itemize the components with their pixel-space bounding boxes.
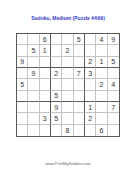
cell-r9c1 [17, 125, 28, 136]
cell-r7c6 [74, 102, 85, 113]
cell-r6c1 [17, 91, 28, 102]
cell-r1c5 [62, 34, 73, 45]
cell-r5c6 [74, 79, 85, 90]
cell-r5c5 [62, 79, 73, 90]
cell-r1c9: 9 [108, 34, 119, 45]
cell-r3c7: 2 [85, 57, 96, 68]
cell-r7c8 [96, 102, 107, 113]
cell-r9c9 [108, 125, 119, 136]
cell-r2c3: 1 [40, 45, 51, 56]
cell-r5c4 [51, 79, 62, 90]
cell-r6c7 [85, 91, 96, 102]
cell-r7c7: 1 [85, 102, 96, 113]
cell-r2c8 [96, 45, 107, 56]
cell-r4c9 [108, 68, 119, 79]
cell-r3c1: 9 [17, 57, 28, 68]
cell-r8c6 [74, 113, 85, 124]
cell-r4c4: 2 [51, 68, 62, 79]
cell-r9c3 [40, 125, 51, 136]
cell-r1c1 [17, 34, 28, 45]
sudoku-board: 654951292159273524591735286 [16, 33, 120, 137]
cell-r8c9 [108, 113, 119, 124]
cell-r7c4: 9 [51, 102, 62, 113]
cell-r8c4: 5 [51, 113, 62, 124]
cell-r1c3: 6 [40, 34, 51, 45]
cell-r1c7 [85, 34, 96, 45]
cell-r6c4: 5 [51, 91, 62, 102]
cell-r3c6 [74, 57, 85, 68]
cell-r7c3 [40, 102, 51, 113]
cell-r2c5: 2 [62, 45, 73, 56]
cell-r9c7 [85, 125, 96, 136]
cell-r7c1 [17, 102, 28, 113]
cell-r3c9: 5 [108, 57, 119, 68]
cell-r3c2 [28, 57, 39, 68]
cell-r6c8 [96, 91, 107, 102]
cell-r2c4 [51, 45, 62, 56]
cell-r3c4 [51, 57, 62, 68]
cell-r4c8 [96, 68, 107, 79]
cell-r6c6 [74, 91, 85, 102]
cell-r2c6 [74, 45, 85, 56]
cell-r9c2 [28, 125, 39, 136]
cell-r4c7: 3 [85, 68, 96, 79]
cell-r7c5 [62, 102, 73, 113]
cell-r9c8: 6 [96, 125, 107, 136]
cell-r2c7 [85, 45, 96, 56]
cell-r3c5 [62, 57, 73, 68]
cell-r3c3 [40, 57, 51, 68]
cell-r8c7: 2 [85, 113, 96, 124]
cell-r9c6 [74, 125, 85, 136]
cell-r8c2 [28, 113, 39, 124]
cell-r4c5 [62, 68, 73, 79]
cell-r4c6: 7 [74, 68, 85, 79]
cell-r2c1 [17, 45, 28, 56]
page-title: Sudoku, Medium (Puzzle #A69) [0, 14, 136, 22]
cell-r9c5: 8 [62, 125, 73, 136]
cell-r4c2: 9 [28, 68, 39, 79]
cell-r1c8: 4 [96, 34, 107, 45]
cell-r8c3: 3 [40, 113, 51, 124]
cell-r5c9: 4 [108, 79, 119, 90]
cell-r6c3 [40, 91, 51, 102]
cell-r1c2 [28, 34, 39, 45]
cell-r6c5 [62, 91, 73, 102]
cell-r4c1 [17, 68, 28, 79]
cell-r6c2 [28, 91, 39, 102]
cell-r9c4 [51, 125, 62, 136]
cell-r2c9 [108, 45, 119, 56]
cell-r8c8 [96, 113, 107, 124]
cell-r4c3 [40, 68, 51, 79]
cell-r7c2 [28, 102, 39, 113]
cell-r5c1: 5 [17, 79, 28, 90]
cell-r7c9: 7 [108, 102, 119, 113]
cell-r3c8: 1 [96, 57, 107, 68]
cell-r5c3 [40, 79, 51, 90]
cell-r1c6: 5 [74, 34, 85, 45]
cell-r1c4 [51, 34, 62, 45]
cell-r8c5 [62, 113, 73, 124]
cell-r5c7 [85, 79, 96, 90]
cell-r5c8: 2 [96, 79, 107, 90]
cell-r5c2 [28, 79, 39, 90]
cell-r6c9 [108, 91, 119, 102]
cell-r8c1 [17, 113, 28, 124]
footer-url: www.PrintMySudoku.com [0, 161, 136, 167]
sudoku-page: Sudoku, Medium (Puzzle #A69) 65495129215… [0, 0, 136, 176]
cell-r2c2: 5 [28, 45, 39, 56]
